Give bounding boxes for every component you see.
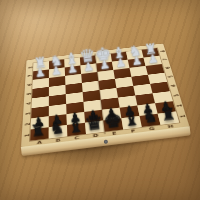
board-rotation-wrapper: ♜♞♝♛♚♝♞♜♟♟♟♟♟♟♟♟♟♟♟♟♟♟♟♟♜♞♝♛♚♝♞♜ ABCDEFG… [0,0,200,194]
white-pawn: ♟ [48,65,66,78]
black-king: ♚ [102,109,123,132]
black-rook: ♜ [28,122,49,141]
square-f1: ♝ [121,116,141,129]
square-a1: ♜ [30,127,49,141]
product-photo: ♜♞♝♛♚♝♞♜♟♟♟♟♟♟♟♟♟♟♟♟♟♟♟♟♜♞♝♛♚♝♞♜ ABCDEFG… [0,0,200,200]
square-g1: ♞ [140,114,161,127]
square-h1: ♜ [158,112,179,125]
black-rook: ♜ [158,106,179,125]
white-pawn: ♟ [112,57,130,70]
rank-label: 6 [158,65,176,71]
white-pawn: ♟ [64,63,82,76]
black-knight: ♞ [140,108,161,127]
black-bishop: ♝ [121,110,142,130]
white-pawn: ♟ [128,55,146,68]
square-d1: ♛ [85,120,105,133]
black-knight: ♞ [47,120,68,139]
white-pawn: ♟ [80,61,98,74]
rank-label: 5 [161,74,179,80]
black-bishop: ♝ [65,116,86,136]
black-queen: ♛ [83,111,104,134]
rank-label: 7 [156,57,173,63]
hinge-icon [104,139,108,143]
rank-label: 8 [153,49,170,55]
square-b1: ♞ [49,125,68,139]
white-pawn: ♟ [96,59,114,72]
square-c1: ♝ [67,123,86,137]
square-e1: ♚ [103,118,123,131]
